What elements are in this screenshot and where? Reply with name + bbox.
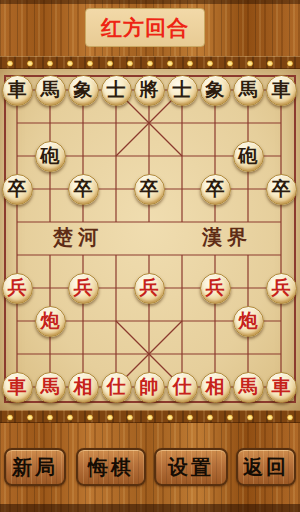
undo-button[interactable]: 悔棋: [76, 448, 146, 486]
piece-black-r0c1[interactable]: 馬: [35, 75, 66, 106]
piece-black-r0c5[interactable]: 士: [167, 75, 198, 106]
turn-banner-label: 红方回合: [101, 14, 189, 42]
settings-button-label: 设置: [168, 454, 214, 481]
piece-red-r9c8[interactable]: 車: [266, 372, 297, 403]
stud-strip-bottom: [0, 410, 300, 423]
back-button[interactable]: 返回: [236, 448, 296, 486]
river-label-left: 楚河: [33, 225, 123, 249]
piece-black-r0c6[interactable]: 象: [200, 75, 231, 106]
piece-black-r0c0[interactable]: 車: [2, 75, 33, 106]
piece-red-r6c2[interactable]: 兵: [68, 273, 99, 304]
piece-red-r9c2[interactable]: 相: [68, 372, 99, 403]
turn-banner: 红方回合: [85, 8, 205, 47]
piece-black-r3c4[interactable]: 卒: [134, 174, 165, 205]
xiangqi-board[interactable]: 楚河 漢界 車馬象士將士象馬車砲砲卒卒卒卒卒兵兵兵兵兵炮炮車馬相仕帥仕相馬車: [0, 69, 300, 410]
piece-black-r0c2[interactable]: 象: [68, 75, 99, 106]
piece-red-r6c0[interactable]: 兵: [2, 273, 33, 304]
piece-red-r9c0[interactable]: 車: [2, 372, 33, 403]
piece-black-r0c7[interactable]: 馬: [233, 75, 264, 106]
piece-black-r3c6[interactable]: 卒: [200, 174, 231, 205]
top-shadow: [0, 0, 300, 4]
piece-red-r9c5[interactable]: 仕: [167, 372, 198, 403]
piece-red-r6c6[interactable]: 兵: [200, 273, 231, 304]
piece-red-r9c1[interactable]: 馬: [35, 372, 66, 403]
stud-strip-top: [0, 56, 300, 69]
piece-red-r6c8[interactable]: 兵: [266, 273, 297, 304]
undo-button-label: 悔棋: [88, 454, 134, 481]
piece-black-r3c2[interactable]: 卒: [68, 174, 99, 205]
piece-black-r2c7[interactable]: 砲: [233, 141, 264, 172]
piece-red-r9c4[interactable]: 帥: [134, 372, 165, 403]
back-button-label: 返回: [243, 454, 289, 481]
piece-black-r0c4[interactable]: 將: [134, 75, 165, 106]
new-game-button-label: 新局: [12, 454, 58, 481]
piece-black-r3c0[interactable]: 卒: [2, 174, 33, 205]
piece-black-r0c3[interactable]: 士: [101, 75, 132, 106]
settings-button[interactable]: 设置: [154, 448, 228, 486]
xiangqi-app: 红方回合 楚河 漢界 車馬象士將士象馬車砲砲卒卒卒卒卒兵兵兵兵兵炮炮車馬相仕帥仕…: [0, 0, 300, 512]
piece-black-r0c8[interactable]: 車: [266, 75, 297, 106]
bottom-shadow: [0, 504, 300, 512]
piece-black-r2c1[interactable]: 砲: [35, 141, 66, 172]
piece-black-r3c8[interactable]: 卒: [266, 174, 297, 205]
new-game-button[interactable]: 新局: [4, 448, 66, 486]
river-label-right: 漢界: [182, 225, 272, 249]
piece-red-r9c7[interactable]: 馬: [233, 372, 264, 403]
piece-red-r7c7[interactable]: 炮: [233, 306, 264, 337]
piece-red-r9c6[interactable]: 相: [200, 372, 231, 403]
piece-red-r6c4[interactable]: 兵: [134, 273, 165, 304]
piece-red-r7c1[interactable]: 炮: [35, 306, 66, 337]
piece-red-r9c3[interactable]: 仕: [101, 372, 132, 403]
